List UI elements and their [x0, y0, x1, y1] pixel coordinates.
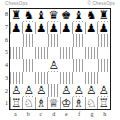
square-c7: ♟	[35, 22, 48, 35]
square-d5	[48, 47, 61, 60]
square-f1: ♗	[73, 97, 86, 110]
square-d1: ♕	[48, 97, 61, 110]
square-f4	[73, 59, 86, 72]
square-g4	[85, 59, 98, 72]
square-d4: ♙	[48, 59, 61, 72]
black-pawn-b7: ♟	[23, 22, 34, 34]
file-label-f: f	[73, 110, 86, 119]
rank-label-7: 7	[0, 21, 8, 34]
square-c1: ♗	[35, 97, 48, 110]
white-pawn-e2: ♙	[61, 84, 72, 96]
square-h4	[98, 59, 111, 72]
square-e7: ♟	[60, 22, 73, 35]
file-label-c: c	[35, 110, 48, 119]
square-g5	[85, 47, 98, 60]
rank-label-4: 4	[0, 59, 8, 72]
white-rook-h1: ♖	[98, 97, 109, 109]
white-pawn-d4: ♙	[48, 59, 59, 71]
square-c6	[35, 34, 48, 47]
white-pawn-c2: ♙	[36, 84, 47, 96]
square-f7: ♟	[73, 22, 86, 35]
black-pawn-a7: ♟	[11, 22, 22, 34]
square-a2: ♙	[10, 84, 23, 97]
square-h1: ♖	[98, 97, 111, 110]
square-h6	[98, 34, 111, 47]
white-knight-g1: ♘	[86, 97, 97, 109]
white-bishop-c1: ♗	[36, 97, 47, 109]
square-d6	[48, 34, 61, 47]
square-f2: ♙	[73, 84, 86, 97]
square-h5	[98, 47, 111, 60]
white-pawn-b2: ♙	[23, 84, 34, 96]
square-b1: ♘	[23, 97, 36, 110]
black-queen-d8: ♛	[48, 9, 59, 21]
diagram-caption-left: ChessOps	[5, 1, 28, 6]
square-b5	[23, 47, 36, 60]
white-pawn-h2: ♙	[98, 84, 109, 96]
square-a8: ♜	[10, 9, 23, 22]
square-d8: ♛	[48, 9, 61, 22]
chess-board: ♜♞♝♛♚♝♞♜♟♟♟♟♟♟♟♟♙♙♙♙♙♙♙♙♖♘♗♕♔♗♘♖	[9, 8, 111, 110]
rank-label-2: 2	[0, 85, 8, 98]
black-rook-a8: ♜	[11, 9, 22, 21]
square-h7: ♟	[98, 22, 111, 35]
white-rook-a1: ♖	[11, 97, 22, 109]
square-e1: ♔	[60, 97, 73, 110]
black-pawn-d7: ♟	[48, 22, 59, 34]
square-b7: ♟	[23, 22, 36, 35]
black-pawn-h7: ♟	[98, 22, 109, 34]
square-c3	[35, 72, 48, 85]
square-e3	[60, 72, 73, 85]
white-pawn-f2: ♙	[73, 84, 84, 96]
file-label-h: h	[98, 110, 111, 119]
square-c5	[35, 47, 48, 60]
diagram-caption-right: © ChessOps	[87, 1, 115, 6]
square-a5	[10, 47, 23, 60]
black-pawn-e7: ♟	[61, 22, 72, 34]
file-label-d: d	[47, 110, 60, 119]
square-d3	[48, 72, 61, 85]
square-b3	[23, 72, 36, 85]
black-pawn-g7: ♟	[86, 22, 97, 34]
black-knight-b8: ♞	[23, 9, 34, 21]
square-g8: ♞	[85, 9, 98, 22]
square-c8: ♝	[35, 9, 48, 22]
square-g3	[85, 72, 98, 85]
file-label-e: e	[60, 110, 73, 119]
white-bishop-f1: ♗	[73, 97, 84, 109]
square-d2	[48, 84, 61, 97]
square-f6	[73, 34, 86, 47]
file-labels: abcdefgh	[9, 110, 111, 119]
square-a3	[10, 72, 23, 85]
square-b8: ♞	[23, 9, 36, 22]
square-h2: ♙	[98, 84, 111, 97]
square-f5	[73, 47, 86, 60]
rank-label-5: 5	[0, 46, 8, 59]
square-f8: ♝	[73, 9, 86, 22]
rank-label-3: 3	[0, 72, 8, 85]
square-e5	[60, 47, 73, 60]
file-label-b: b	[22, 110, 35, 119]
black-king-e8: ♚	[61, 9, 72, 21]
white-king-e1: ♔	[61, 97, 72, 109]
square-g2: ♙	[85, 84, 98, 97]
square-e2: ♙	[60, 84, 73, 97]
square-e4	[60, 59, 73, 72]
square-g7: ♟	[85, 22, 98, 35]
square-g6	[85, 34, 98, 47]
white-pawn-g2: ♙	[86, 84, 97, 96]
file-label-g: g	[86, 110, 99, 119]
square-d7: ♟	[48, 22, 61, 35]
square-b2: ♙	[23, 84, 36, 97]
square-b6	[23, 34, 36, 47]
black-bishop-c8: ♝	[36, 9, 47, 21]
white-knight-b1: ♘	[23, 97, 34, 109]
square-f3	[73, 72, 86, 85]
rank-label-1: 1	[0, 97, 8, 110]
square-a4	[10, 59, 23, 72]
file-label-a: a	[9, 110, 22, 119]
square-h8: ♜	[98, 9, 111, 22]
white-queen-d1: ♕	[48, 97, 59, 109]
black-pawn-c7: ♟	[36, 22, 47, 34]
black-rook-h8: ♜	[98, 9, 109, 21]
square-a1: ♖	[10, 97, 23, 110]
black-knight-g8: ♞	[86, 9, 97, 21]
white-pawn-a2: ♙	[11, 84, 22, 96]
black-pawn-f7: ♟	[73, 22, 84, 34]
square-g1: ♘	[85, 97, 98, 110]
rank-label-8: 8	[0, 8, 8, 21]
rank-label-6: 6	[0, 34, 8, 47]
square-e8: ♚	[60, 9, 73, 22]
square-a6	[10, 34, 23, 47]
black-bishop-f8: ♝	[73, 9, 84, 21]
square-b4	[23, 59, 36, 72]
rank-labels: 87654321	[0, 8, 8, 110]
square-c2: ♙	[35, 84, 48, 97]
square-e6	[60, 34, 73, 47]
square-c4	[35, 59, 48, 72]
square-h3	[98, 72, 111, 85]
square-a7: ♟	[10, 22, 23, 35]
